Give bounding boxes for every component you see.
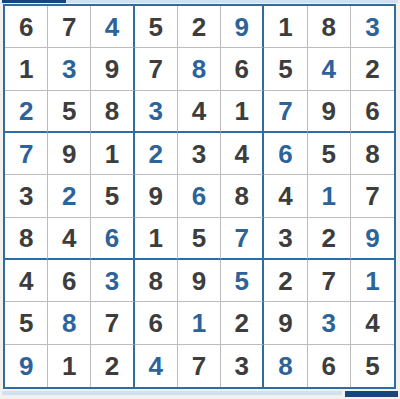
- cell-r5c9[interactable]: 7: [351, 175, 394, 217]
- partial-navy-bar-top-left: [2, 0, 66, 3]
- cell-r4c4[interactable]: 2: [135, 133, 178, 175]
- cell-r3c1[interactable]: 2: [5, 91, 48, 133]
- cell-r4c2[interactable]: 9: [48, 133, 91, 175]
- cell-r9c6[interactable]: 3: [221, 345, 264, 387]
- cell-r6c3[interactable]: 6: [91, 218, 134, 260]
- cell-r7c3[interactable]: 3: [91, 260, 134, 302]
- cell-r5c6[interactable]: 8: [221, 175, 264, 217]
- cell-r4c7[interactable]: 6: [264, 133, 307, 175]
- cell-r2c1[interactable]: 1: [5, 48, 48, 90]
- cell-r4c3[interactable]: 1: [91, 133, 134, 175]
- cell-r6c4[interactable]: 1: [135, 218, 178, 260]
- cell-r4c6[interactable]: 4: [221, 133, 264, 175]
- cell-r7c4[interactable]: 8: [135, 260, 178, 302]
- cell-r2c6[interactable]: 6: [221, 48, 264, 90]
- cell-r6c5[interactable]: 5: [178, 218, 221, 260]
- cell-r8c5[interactable]: 1: [178, 302, 221, 344]
- cell-r3c5[interactable]: 4: [178, 91, 221, 133]
- cell-r6c2[interactable]: 4: [48, 218, 91, 260]
- cell-r9c1[interactable]: 9: [5, 345, 48, 387]
- sudoku-board: 6745291831397865422583417967912346583259…: [3, 4, 396, 389]
- cell-r3c8[interactable]: 9: [308, 91, 351, 133]
- cell-r1c3[interactable]: 4: [91, 6, 134, 48]
- cell-r7c2[interactable]: 6: [48, 260, 91, 302]
- cell-r1c5[interactable]: 2: [178, 6, 221, 48]
- cell-r3c4[interactable]: 3: [135, 91, 178, 133]
- cell-r3c2[interactable]: 5: [48, 91, 91, 133]
- cell-r9c9[interactable]: 5: [351, 345, 394, 387]
- cell-r9c7[interactable]: 8: [264, 345, 307, 387]
- cell-r1c9[interactable]: 3: [351, 6, 394, 48]
- cell-r5c3[interactable]: 5: [91, 175, 134, 217]
- cell-r6c1[interactable]: 8: [5, 218, 48, 260]
- cell-r3c7[interactable]: 7: [264, 91, 307, 133]
- cell-r6c8[interactable]: 2: [308, 218, 351, 260]
- cell-r7c6[interactable]: 5: [221, 260, 264, 302]
- cell-r8c7[interactable]: 9: [264, 302, 307, 344]
- cell-r1c2[interactable]: 7: [48, 6, 91, 48]
- cell-r7c7[interactable]: 2: [264, 260, 307, 302]
- cut-off-element-bottom: [0, 389, 400, 399]
- cell-r5c7[interactable]: 4: [264, 175, 307, 217]
- cell-r7c9[interactable]: 1: [351, 260, 394, 302]
- cell-r4c5[interactable]: 3: [178, 133, 221, 175]
- cell-r3c9[interactable]: 6: [351, 91, 394, 133]
- cell-r2c5[interactable]: 8: [178, 48, 221, 90]
- cell-r9c5[interactable]: 7: [178, 345, 221, 387]
- cell-r8c6[interactable]: 2: [221, 302, 264, 344]
- cell-r9c3[interactable]: 2: [91, 345, 134, 387]
- cell-r5c8[interactable]: 1: [308, 175, 351, 217]
- cell-r5c2[interactable]: 2: [48, 175, 91, 217]
- cell-r7c8[interactable]: 7: [308, 260, 351, 302]
- cell-r1c8[interactable]: 8: [308, 6, 351, 48]
- cell-r8c8[interactable]: 3: [308, 302, 351, 344]
- cell-r2c9[interactable]: 2: [351, 48, 394, 90]
- cell-r6c9[interactable]: 9: [351, 218, 394, 260]
- cell-r5c1[interactable]: 3: [5, 175, 48, 217]
- cell-r5c5[interactable]: 6: [178, 175, 221, 217]
- cell-r8c2[interactable]: 8: [48, 302, 91, 344]
- cell-r7c5[interactable]: 9: [178, 260, 221, 302]
- cell-r1c7[interactable]: 1: [264, 6, 307, 48]
- cell-r5c4[interactable]: 9: [135, 175, 178, 217]
- cell-r2c3[interactable]: 9: [91, 48, 134, 90]
- cell-r4c1[interactable]: 7: [5, 133, 48, 175]
- cell-r9c4[interactable]: 4: [135, 345, 178, 387]
- cell-r6c7[interactable]: 3: [264, 218, 307, 260]
- partial-pale-strip-bottom: [2, 391, 342, 395]
- cell-r8c9[interactable]: 4: [351, 302, 394, 344]
- cell-r9c2[interactable]: 1: [48, 345, 91, 387]
- cell-r6c6[interactable]: 7: [221, 218, 264, 260]
- cell-r2c8[interactable]: 4: [308, 48, 351, 90]
- cell-r1c4[interactable]: 5: [135, 6, 178, 48]
- cell-r2c2[interactable]: 3: [48, 48, 91, 90]
- cell-r3c6[interactable]: 1: [221, 91, 264, 133]
- cell-r1c1[interactable]: 6: [5, 6, 48, 48]
- cell-r8c4[interactable]: 6: [135, 302, 178, 344]
- cell-r4c8[interactable]: 5: [308, 133, 351, 175]
- cell-r7c1[interactable]: 4: [5, 260, 48, 302]
- partial-pale-strip-top: [66, 0, 398, 3]
- cell-r2c4[interactable]: 7: [135, 48, 178, 90]
- cell-r8c1[interactable]: 5: [5, 302, 48, 344]
- cell-r1c6[interactable]: 9: [221, 6, 264, 48]
- cell-r4c9[interactable]: 8: [351, 133, 394, 175]
- cell-r2c7[interactable]: 5: [264, 48, 307, 90]
- cell-r9c8[interactable]: 6: [308, 345, 351, 387]
- cell-r3c3[interactable]: 8: [91, 91, 134, 133]
- partial-navy-bar-bottom-right: [345, 391, 398, 397]
- cell-r8c3[interactable]: 7: [91, 302, 134, 344]
